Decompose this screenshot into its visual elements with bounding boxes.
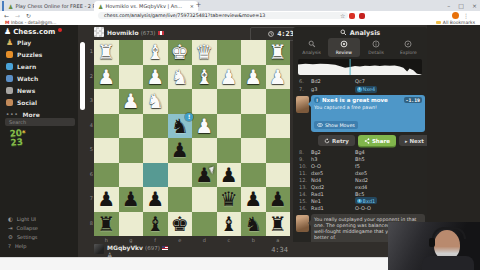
tab-analysis[interactable]: Analysis — [296, 38, 327, 57]
browser-tab-2-active[interactable]: ♟ Hovmiklo vs. MGqbyVkv | An... × — [94, 1, 198, 11]
move-row: 13.Qxd2exd4 — [293, 183, 427, 190]
white-move[interactable]: O-O — [311, 163, 355, 169]
white-move[interactable]: Nd4 — [311, 177, 355, 183]
square-g3[interactable]: ♟ — [119, 89, 144, 114]
share-icon — [364, 138, 370, 144]
magnifier-icon — [308, 40, 316, 49]
white-piece: ♟ — [122, 91, 140, 111]
square-c7[interactable]: ♛ — [217, 187, 242, 212]
white-piece: ♜ — [97, 42, 115, 62]
sidebar-item-label: Puzzles — [17, 51, 42, 58]
square-g5[interactable] — [119, 138, 144, 163]
square-d2[interactable]: ♝ — [192, 65, 217, 90]
square-d8[interactable] — [192, 212, 217, 237]
square-b3[interactable] — [241, 89, 266, 114]
white-piece: ♚ — [171, 42, 189, 62]
square-e2[interactable]: ♞ — [168, 65, 193, 90]
square-d4[interactable]: ♟ — [192, 114, 217, 139]
back-icon: ← — [4, 12, 9, 19]
footer-label: Collapse — [17, 225, 38, 231]
window-controls[interactable]: – □ × — [447, 0, 477, 10]
move-number: 8. — [299, 149, 311, 155]
square-a8[interactable]: ♜ — [266, 212, 291, 237]
square-b7[interactable]: ♟ — [241, 187, 266, 212]
sidebar-item-learn[interactable]: Learn — [6, 61, 76, 71]
new-tab-button[interactable]: + — [194, 1, 203, 10]
sidebar-item-label: Learn — [17, 63, 36, 70]
rank-label: 6 — [86, 163, 93, 188]
great-move-icon: ! — [357, 87, 362, 92]
last-move-highlight — [143, 163, 168, 188]
square-h2[interactable]: ♟ — [94, 65, 119, 90]
square-a2[interactable]: ♟ — [266, 65, 291, 90]
move-number: 15. — [299, 198, 311, 204]
chesscom-favicon: ♟ — [98, 3, 103, 10]
square-b8[interactable]: ♞ — [241, 212, 266, 237]
card-subtitle: You captured a free pawn! — [314, 105, 422, 110]
square-a5[interactable] — [266, 138, 291, 163]
chesscom-favicon: ♟ — [8, 3, 13, 10]
square-g1[interactable] — [119, 40, 144, 65]
eval-badge: -1.19 — [404, 97, 422, 103]
move-number: 14. — [299, 191, 311, 197]
black-piece: ♟ — [97, 189, 115, 209]
white-piece: ♟ — [97, 67, 115, 87]
black-piece: ♟ — [146, 189, 164, 209]
square-e8[interactable]: ♚ — [168, 212, 193, 237]
white-piece: ♛ — [195, 42, 213, 62]
square-h6[interactable] — [94, 163, 119, 188]
black-piece: ♚ — [171, 214, 189, 234]
chess-board: ♜♝♚♛♜♟♟♞♝♟♟♟♟♞♞!♟♟♟♟♟♟♟♛♟♟♜♝♚♝♞♜ — [94, 40, 290, 236]
square-f3[interactable]: ♞ — [143, 89, 168, 114]
move-number: 11. — [299, 170, 311, 176]
sidebar-item-label: News — [17, 87, 35, 94]
logo-text: Chess.com — [13, 28, 55, 36]
square-b4[interactable] — [241, 114, 266, 139]
square-a4[interactable] — [266, 114, 291, 139]
square-a1[interactable]: ♜ — [266, 40, 291, 65]
sidebar-footer-settings[interactable]: ⚙Settings — [8, 233, 74, 241]
newspaper-icon — [6, 87, 13, 94]
square-c8[interactable]: ♝ — [217, 212, 242, 237]
move-row: 16.Rxd1O-O-O — [293, 204, 427, 211]
sidebar-item-label: Watch — [17, 75, 38, 82]
scrollbar-thumb[interactable] — [80, 42, 85, 110]
great-move-icon: ! — [357, 199, 362, 204]
square-f5[interactable] — [143, 138, 168, 163]
square-b5[interactable] — [241, 138, 266, 163]
sidebar-item-social[interactable]: Social — [6, 97, 76, 107]
rank-label: 2 — [86, 65, 93, 90]
file-labels: hgfedcba — [94, 237, 290, 244]
retry-button[interactable]: Retry — [318, 135, 355, 146]
black-piece: ♝ — [146, 214, 164, 234]
search-input[interactable]: Search — [5, 118, 75, 126]
white-move[interactable]: Rxd1 — [311, 205, 355, 211]
square-f2[interactable]: ♟ — [143, 65, 168, 90]
year-2023-logo: 20* 23 — [9, 128, 27, 147]
rank-label: 8 — [86, 212, 93, 237]
move-list-top: 6.Bd2Qc77.g3!Nxe4 — [293, 77, 427, 93]
white-move[interactable]: Qxd2 — [311, 184, 355, 190]
square-f1[interactable]: ♝ — [143, 40, 168, 65]
rank-label: 3 — [86, 89, 93, 114]
pawn-icon: ♟ — [6, 39, 13, 46]
more-dots-icon: ••• — [6, 111, 19, 117]
move-row: 15.Ne1!Bxd1 — [293, 197, 427, 204]
refresh-icon: ↻ — [26, 12, 31, 19]
square-e4[interactable]: ♞! — [168, 114, 193, 139]
file-label: g — [119, 237, 144, 244]
black-piece: ♟ — [122, 189, 140, 209]
nav-right-icons[interactable]: ☆ — [340, 12, 365, 19]
folder-icon — [436, 21, 441, 25]
file-label: a — [266, 237, 291, 244]
white-piece: ♟ — [220, 67, 238, 87]
square-h1[interactable]: ♜ — [94, 40, 119, 65]
black-move[interactable]: !Bxd1 — [355, 197, 399, 205]
great-move-icon: ! — [314, 97, 320, 103]
sidebar-item-puzzles[interactable]: Puzzles — [6, 49, 76, 59]
pawn-logo-icon: ♟ — [4, 27, 11, 36]
square-e5[interactable]: ♟ — [168, 138, 193, 163]
rank-label: 5 — [86, 138, 93, 163]
square-a6[interactable] — [266, 163, 291, 188]
clock-top: 4:23 — [250, 27, 298, 41]
tab-label: Details — [368, 50, 384, 55]
review-buttons: Retry Share ▸ Next — [293, 133, 427, 148]
puzzle-icon — [6, 51, 13, 58]
retry-icon — [324, 138, 330, 144]
square-f7[interactable]: ♟ — [143, 187, 168, 212]
white-move[interactable]: g3 — [311, 86, 355, 92]
show-moves-button[interactable]: Show Moves — [314, 121, 358, 129]
browser-tab-1[interactable]: ♟ Play Chess Online for FREE - 2 Playe..… — [2, 1, 100, 11]
sidebar-item-label: Social — [17, 99, 37, 106]
square-e6[interactable] — [168, 163, 193, 188]
square-d3[interactable] — [192, 89, 217, 114]
white-piece: ♟ — [146, 67, 164, 87]
move-number: 13. — [299, 184, 311, 190]
white-piece: ♞ — [171, 67, 189, 87]
white-move[interactable]: Bd2 — [311, 78, 355, 84]
panel-title: Analysis — [350, 29, 380, 37]
square-c1[interactable] — [217, 40, 242, 65]
search-icon — [340, 29, 347, 36]
square-h4[interactable] — [94, 114, 119, 139]
extension-icon[interactable] — [359, 13, 365, 19]
eval-graph[interactable] — [298, 59, 422, 75]
square-c4[interactable] — [217, 114, 242, 139]
theme-icon: ◐ — [8, 216, 13, 222]
square-c5[interactable] — [217, 138, 242, 163]
webcam-overlay — [388, 222, 480, 270]
sidebar-item-watch[interactable]: Watch — [6, 73, 76, 83]
rank-label: 7 — [86, 187, 93, 212]
great-move-card: ! Nxe4 is a great move -1.19 You capture… — [311, 95, 425, 132]
square-f6[interactable] — [143, 163, 168, 188]
clock-icon — [268, 31, 274, 37]
square-a3[interactable] — [266, 89, 291, 114]
sidebar-item-play[interactable]: ♟Play — [6, 37, 76, 47]
white-piece: ♝ — [195, 67, 213, 87]
next-button[interactable]: ▸ Next — [399, 135, 427, 146]
tab-details[interactable]: Details — [361, 38, 392, 57]
address-bar[interactable]: chess.com/analysis/game/live/7597325481?… — [98, 12, 348, 19]
bookmark-star-icon[interactable]: ☆ — [340, 12, 345, 19]
square-g4[interactable] — [119, 114, 144, 139]
black-move[interactable]: dxe5 — [355, 170, 399, 176]
tab-label: Analysis — [302, 50, 321, 55]
square-d5[interactable] — [192, 138, 217, 163]
menu-dots-icon[interactable]: ⋮ — [463, 12, 469, 19]
analysis-panel: Analysis AnalysisReviewDetailsExplore 6.… — [293, 27, 427, 242]
sidebar-footer-light-ui[interactable]: ◐Light UI — [8, 215, 74, 223]
tab-explore[interactable]: Explore — [393, 38, 424, 57]
move-row: 10.O-Of5 — [293, 162, 427, 169]
sidebar-item-news[interactable]: News — [6, 85, 76, 95]
move-row: 12.Nd4Nxd2 — [293, 176, 427, 183]
player-name-bottom[interactable]: MGqbyVkv (697) — [107, 244, 168, 251]
next-arrow-icon: ▸ — [405, 138, 408, 144]
chesscom-logo[interactable]: ♟ Chess.com — [4, 27, 62, 36]
square-d7[interactable] — [192, 187, 217, 212]
black-move[interactable]: Bh5 — [355, 156, 399, 162]
compass-icon — [404, 40, 412, 49]
move-number: 9. — [299, 156, 311, 162]
square-e3[interactable] — [168, 89, 193, 114]
move-number: 6. — [299, 78, 311, 84]
coach-comment-row: ! Nxe4 is a great move -1.19 You capture… — [295, 95, 425, 133]
black-move[interactable]: !Nxe4 — [355, 85, 399, 93]
sidebar-footer-collapse[interactable]: ⇥Collapse — [8, 224, 74, 232]
tab-review[interactable]: Review — [328, 38, 359, 57]
black-piece: ♞ — [244, 214, 262, 234]
footer-label: Help — [15, 243, 26, 249]
player-name-top[interactable]: Hovmiklo (673) — [107, 29, 164, 36]
white-move[interactable]: Rad1 — [311, 191, 355, 197]
black-piece: ♜ — [97, 214, 115, 234]
black-move[interactable]: Nxd2 — [355, 177, 399, 183]
move-row: 8.Bg2Bg4 — [293, 148, 427, 155]
tab-label: Explore — [400, 50, 417, 55]
clock-bottom: 4:34 — [271, 246, 288, 254]
file-label: f — [143, 237, 168, 244]
file-label: b — [241, 237, 266, 244]
black-piece: ♟ — [220, 165, 238, 185]
help-icon: ? — [8, 243, 11, 249]
gear-icon: ⚙ — [8, 234, 13, 240]
square-b1[interactable] — [241, 40, 266, 65]
close-icon: × — [472, 2, 477, 9]
square-h8[interactable]: ♜ — [94, 212, 119, 237]
white-piece: ♝ — [146, 42, 164, 62]
move-row: 9.h3Bh5 — [293, 155, 427, 162]
black-piece: ♟ — [269, 189, 287, 209]
square-c3[interactable] — [217, 89, 242, 114]
review-icon — [340, 40, 348, 49]
footer-label: Light UI — [17, 216, 36, 222]
avatar[interactable] — [94, 244, 104, 254]
white-piece: ♟ — [269, 67, 287, 87]
info-icon — [372, 40, 380, 49]
sidebar-item-label: Play — [17, 39, 31, 46]
panel-header: Analysis — [293, 27, 427, 38]
square-f8[interactable]: ♝ — [143, 212, 168, 237]
black-move[interactable]: O-O-O — [355, 205, 399, 211]
nav-icons[interactable]: ← → ↻ — [4, 12, 31, 19]
rank-labels: 12345678 — [86, 40, 93, 236]
black-piece: ♜ — [269, 214, 287, 234]
white-move[interactable]: Ne1 — [311, 198, 355, 204]
player-rating-top: (673) — [141, 30, 156, 36]
black-move[interactable]: Bg4 — [355, 149, 399, 155]
browser-menu-area[interactable]: ⋮ — [452, 12, 469, 19]
people-icon — [6, 99, 13, 106]
black-move[interactable]: exd4 — [355, 184, 399, 190]
rank-label: 4 — [86, 114, 93, 139]
footer-label: Settings — [17, 234, 38, 240]
move-number: 12. — [299, 177, 311, 183]
square-h5[interactable] — [94, 138, 119, 163]
rank-label: 1 — [86, 40, 93, 65]
white-piece: ♟ — [195, 116, 213, 136]
collapse-icon: ⇥ — [8, 225, 13, 231]
bottom-player-bar: MGqbyVkv (697) ♙ 4:34 — [94, 244, 290, 257]
flag-icon — [162, 246, 168, 250]
black-piece: ♟ — [244, 189, 262, 209]
square-g8[interactable] — [119, 212, 144, 237]
square-b2[interactable]: ♟ — [241, 65, 266, 90]
panel-tabs: AnalysisReviewDetailsExplore — [293, 38, 427, 57]
share-button[interactable]: Share — [358, 135, 396, 146]
file-label: e — [168, 237, 193, 244]
black-move[interactable]: Qc7 — [355, 78, 399, 84]
eye-icon — [317, 123, 323, 127]
white-piece: ♟ — [244, 67, 262, 87]
square-d1[interactable]: ♛ — [192, 40, 217, 65]
move-number: 7. — [299, 86, 311, 92]
square-c2[interactable]: ♟ — [217, 65, 242, 90]
file-label: h — [94, 237, 119, 244]
avatar[interactable] — [94, 27, 104, 37]
tab-title: Hovmiklo vs. MGqbyVkv | An... — [105, 3, 187, 9]
black-piece: ♛ — [220, 189, 238, 209]
black-piece: ♟ — [171, 140, 189, 160]
extension-icon[interactable] — [349, 13, 355, 19]
white-piece: ♞ — [146, 91, 164, 111]
square-h7[interactable]: ♟ — [94, 187, 119, 212]
black-move[interactable]: Bc5 — [355, 191, 399, 197]
headphone-earcup — [429, 238, 435, 247]
move-row: 6.Bd2Qc7 — [293, 77, 427, 85]
white-piece: ♜ — [269, 42, 287, 62]
sidebar: ♟ Chess.com ♟PlayPuzzlesLearnWatchNewsSo… — [0, 25, 78, 257]
player-rating-bottom: (697) — [145, 245, 160, 251]
maximize-icon: □ — [458, 2, 464, 9]
square-g6[interactable] — [119, 163, 144, 188]
move-list-bottom: 8.Bg2Bg49.h3Bh510.O-Of511.dxe5dxe512.Nd4… — [293, 148, 427, 211]
white-move[interactable]: dxe5 — [311, 170, 355, 176]
file-label: c — [217, 237, 242, 244]
square-b6[interactable] — [241, 163, 266, 188]
streamer-shoulders — [422, 256, 474, 270]
black-move[interactable]: f5 — [355, 163, 399, 169]
square-c6[interactable]: ♟ — [217, 163, 242, 188]
minimize-icon: – — [447, 2, 450, 9]
forward-icon: → — [15, 12, 20, 19]
white-move[interactable]: h3 — [311, 156, 355, 162]
tab-label: Review — [336, 50, 352, 55]
tab-title: Play Chess Online for FREE - 2 Playe... — [15, 3, 100, 9]
square-a7[interactable]: ♟ — [266, 187, 291, 212]
great-move-badge: ! — [185, 113, 193, 121]
binoculars-icon — [6, 75, 13, 82]
black-piece: ♝ — [220, 214, 238, 234]
flag-icon — [158, 31, 164, 35]
move-number: 10. — [299, 163, 311, 169]
white-move[interactable]: Bg2 — [311, 149, 355, 155]
move-number: 16. — [299, 205, 311, 211]
square-g2[interactable] — [119, 65, 144, 90]
notification-badge — [58, 28, 62, 32]
move-row: 11.dxe5dxe5 — [293, 169, 427, 176]
learn-icon — [6, 63, 13, 70]
square-g7[interactable]: ♟ — [119, 187, 144, 212]
square-h3[interactable] — [94, 89, 119, 114]
square-f4[interactable] — [143, 114, 168, 139]
move-row: 7.g3!Nxe4 — [293, 85, 427, 93]
profile-avatar[interactable] — [452, 12, 459, 19]
square-e7[interactable] — [168, 187, 193, 212]
square-e1[interactable]: ♚ — [168, 40, 193, 65]
sidebar-footer-help[interactable]: ?Help — [8, 242, 74, 250]
file-label: d — [192, 237, 217, 244]
